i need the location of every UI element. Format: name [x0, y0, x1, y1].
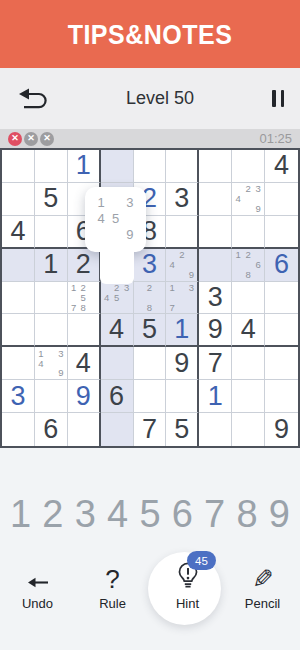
cell-r9c3[interactable] — [68, 413, 101, 446]
cell-r7c6[interactable]: 9 — [166, 347, 199, 380]
digit-given: 7 — [208, 350, 223, 377]
tips-banner-label: TIPS&NOTES — [68, 18, 233, 50]
cell-r8c5[interactable] — [134, 380, 167, 413]
cell-r8c2[interactable] — [35, 380, 68, 413]
digit-given: 4 — [76, 350, 91, 377]
undo-button[interactable]: Undo — [0, 559, 75, 611]
cell-r9c2[interactable]: 6 — [35, 413, 68, 446]
game-header: Level 50 — [0, 68, 300, 129]
cell-r4c5[interactable]: 3 — [134, 249, 167, 282]
cell-r4c9[interactable]: 6 — [265, 249, 298, 282]
numpad-2[interactable]: 2 — [41, 495, 64, 533]
cell-r6c1[interactable] — [2, 314, 35, 347]
hint-label: Hint — [176, 596, 199, 611]
cell-r7c4[interactable] — [101, 347, 134, 380]
pencil-notes: 2345 — [102, 283, 132, 313]
digit-given: 3 — [208, 284, 223, 311]
cell-r6c5[interactable]: 5 — [134, 314, 167, 347]
sudoku-app: TIPS&NOTES Level 50 ✕✕✕ 01:25 1452323494… — [0, 0, 300, 650]
pencil-notes: 1268 — [233, 250, 263, 280]
cell-r1c2[interactable] — [35, 150, 68, 183]
sudoku-board: 1452323494681232491268612578234528137345… — [0, 148, 300, 448]
digit-given: 5 — [174, 416, 189, 443]
cell-r8c6[interactable] — [166, 380, 199, 413]
digit-given: 4 — [241, 316, 256, 343]
cell-r9c1[interactable] — [2, 413, 35, 446]
numpad-1[interactable]: 1 — [9, 495, 32, 533]
digit-given: 9 — [274, 416, 289, 443]
cell-r3c7[interactable] — [199, 216, 232, 249]
digit-given: 2 — [76, 251, 91, 278]
digit-user: 3 — [10, 383, 25, 410]
cell-r5c3[interactable]: 12578 — [68, 282, 101, 315]
cell-r9c5[interactable]: 7 — [134, 413, 167, 446]
status-bar: ✕✕✕ 01:25 — [0, 129, 300, 148]
cell-r8c8[interactable] — [232, 380, 265, 413]
cell-r7c7[interactable]: 7 — [199, 347, 232, 380]
numpad-5[interactable]: 5 — [138, 495, 161, 533]
cell-r2c1[interactable] — [2, 183, 35, 216]
cell-r4c6[interactable]: 249 — [166, 249, 199, 282]
back-button[interactable] — [16, 86, 48, 111]
pause-button[interactable] — [272, 90, 284, 107]
notes-popup-tail — [100, 246, 134, 284]
pencil-notes: 249 — [167, 250, 196, 280]
digit-user: 6 — [274, 251, 289, 278]
cell-r2c9[interactable] — [265, 183, 298, 216]
cell-r1c3[interactable]: 1 — [68, 150, 101, 183]
digit-given: 4 — [274, 152, 289, 179]
cell-r2c2[interactable]: 5 — [35, 183, 68, 216]
level-title: Level 50 — [126, 88, 194, 109]
mistake-icon: ✕ — [24, 132, 38, 146]
digit-given: 3 — [174, 185, 189, 212]
mistake-indicators: ✕✕✕ — [8, 132, 54, 146]
undo-label: Undo — [22, 596, 53, 611]
notes-popup-grid: 13459 — [94, 194, 137, 243]
cell-r9c6[interactable]: 5 — [166, 413, 199, 446]
cell-r1c4[interactable] — [101, 150, 134, 183]
cell-r9c7[interactable] — [199, 413, 232, 446]
board-area: 1452323494681232491268612578234528137345… — [0, 148, 300, 448]
cell-r4c8[interactable]: 1268 — [232, 249, 265, 282]
rule-label: Rule — [99, 596, 126, 611]
cell-r1c8[interactable] — [232, 150, 265, 183]
digit-user: 1 — [76, 152, 91, 179]
cell-r3c6[interactable] — [166, 216, 199, 249]
cell-r5c5[interactable]: 28 — [134, 282, 167, 315]
pencil-label: Pencil — [245, 596, 280, 611]
tips-banner[interactable]: TIPS&NOTES — [0, 0, 300, 68]
digit-given: 1 — [43, 251, 58, 278]
cell-r9c4[interactable] — [101, 413, 134, 446]
cell-r8c7[interactable]: 1 — [199, 380, 232, 413]
mistake-icon: ✕ — [8, 132, 22, 146]
cell-r5c9[interactable] — [265, 282, 298, 315]
cell-r1c5[interactable] — [134, 150, 167, 183]
hint-button[interactable]: 45 Hint — [150, 559, 225, 611]
cell-r2c6[interactable]: 3 — [166, 183, 199, 216]
cell-r6c3[interactable] — [68, 314, 101, 347]
hint-count-badge: 45 — [187, 551, 216, 570]
cell-r1c1[interactable] — [2, 150, 35, 183]
numpad-7[interactable]: 7 — [203, 495, 226, 533]
cell-r4c3[interactable]: 2 — [68, 249, 101, 282]
numpad-6[interactable]: 6 — [171, 495, 194, 533]
cell-r3c8[interactable] — [232, 216, 265, 249]
digit-user: 3 — [142, 251, 157, 278]
number-pad: 1 2 3 4 5 6 7 8 9 — [0, 495, 300, 533]
cell-r5c8[interactable] — [232, 282, 265, 315]
digit-given: 7 — [142, 416, 157, 443]
pencil-notes: 28 — [135, 283, 165, 313]
bottom-panel: 1 2 3 4 5 6 7 8 9 Undo ? — [0, 448, 300, 650]
cell-r6c9[interactable] — [265, 314, 298, 347]
cell-r7c3[interactable]: 4 — [68, 347, 101, 380]
numpad-8[interactable]: 8 — [235, 495, 258, 533]
cell-r8c4[interactable]: 6 — [101, 380, 134, 413]
back-arrow-icon — [16, 86, 48, 111]
cell-r7c5[interactable] — [134, 347, 167, 380]
digit-given: 9 — [174, 350, 189, 377]
timer-label: 01:25 — [259, 131, 292, 146]
digit-given: 4 — [109, 316, 124, 343]
cell-r7c9[interactable] — [265, 347, 298, 380]
rule-button[interactable]: ? Rule — [75, 559, 150, 611]
cell-r5c7[interactable]: 3 — [199, 282, 232, 315]
cell-r9c9[interactable]: 9 — [265, 413, 298, 446]
cell-r3c2[interactable] — [35, 216, 68, 249]
cell-r4c2[interactable]: 1 — [35, 249, 68, 282]
cell-r6c4[interactable]: 4 — [101, 314, 134, 347]
digit-given: 4 — [10, 218, 25, 245]
cell-r7c1[interactable] — [2, 347, 35, 380]
cell-r5c2[interactable] — [35, 282, 68, 315]
cell-r2c7[interactable] — [199, 183, 232, 216]
cell-r5c6[interactable]: 137 — [166, 282, 199, 315]
cell-r7c2[interactable]: 1349 — [35, 347, 68, 380]
undo-icon — [25, 559, 50, 592]
digit-given: 5 — [142, 316, 157, 343]
digit-given: 9 — [208, 316, 223, 343]
pencil-icon: ✎ — [252, 559, 274, 592]
digit-user: 1 — [208, 383, 223, 410]
pencil-button[interactable]: ✎ Pencil — [225, 559, 300, 611]
cell-r6c2[interactable] — [35, 314, 68, 347]
cell-r2c8[interactable]: 2349 — [232, 183, 265, 216]
cell-r7c8[interactable] — [232, 347, 265, 380]
pencil-notes: 2349 — [233, 184, 263, 214]
mistake-icon: ✕ — [40, 132, 54, 146]
cell-r8c9[interactable] — [265, 380, 298, 413]
cell-r1c9[interactable]: 4 — [265, 150, 298, 183]
pencil-notes: 137 — [167, 283, 196, 313]
cell-r8c3[interactable]: 9 — [68, 380, 101, 413]
numpad-3[interactable]: 3 — [74, 495, 97, 533]
cell-r8c1[interactable]: 3 — [2, 380, 35, 413]
cell-r4c1[interactable] — [2, 249, 35, 282]
cell-r3c1[interactable]: 4 — [2, 216, 35, 249]
cell-r1c7[interactable] — [199, 150, 232, 183]
pencil-notes: 1349 — [36, 348, 66, 378]
cell-r5c1[interactable] — [2, 282, 35, 315]
notes-popup: 13459 — [85, 187, 146, 252]
digit-given: 6 — [109, 383, 124, 410]
question-mark-icon: ? — [105, 559, 119, 592]
cell-r5c4[interactable]: 2345 — [101, 282, 134, 315]
cell-r9c8[interactable] — [232, 413, 265, 446]
cell-r6c8[interactable]: 4 — [232, 314, 265, 347]
numpad-4[interactable]: 4 — [106, 495, 129, 533]
toolbar: Undo ? Rule 45 Hint ✎ — [0, 559, 300, 611]
cell-r6c7[interactable]: 9 — [199, 314, 232, 347]
pause-icon — [272, 90, 284, 107]
digit-user: 1 — [174, 316, 189, 343]
cell-r6c6[interactable]: 1 — [166, 314, 199, 347]
digit-given: 5 — [43, 185, 58, 212]
cell-r4c7[interactable] — [199, 249, 232, 282]
cell-r1c6[interactable] — [166, 150, 199, 183]
numpad-9[interactable]: 9 — [268, 495, 291, 533]
digit-user: 9 — [76, 383, 91, 410]
digit-given: 6 — [43, 416, 58, 443]
cell-r3c9[interactable] — [265, 216, 298, 249]
pencil-notes: 12578 — [69, 283, 98, 313]
